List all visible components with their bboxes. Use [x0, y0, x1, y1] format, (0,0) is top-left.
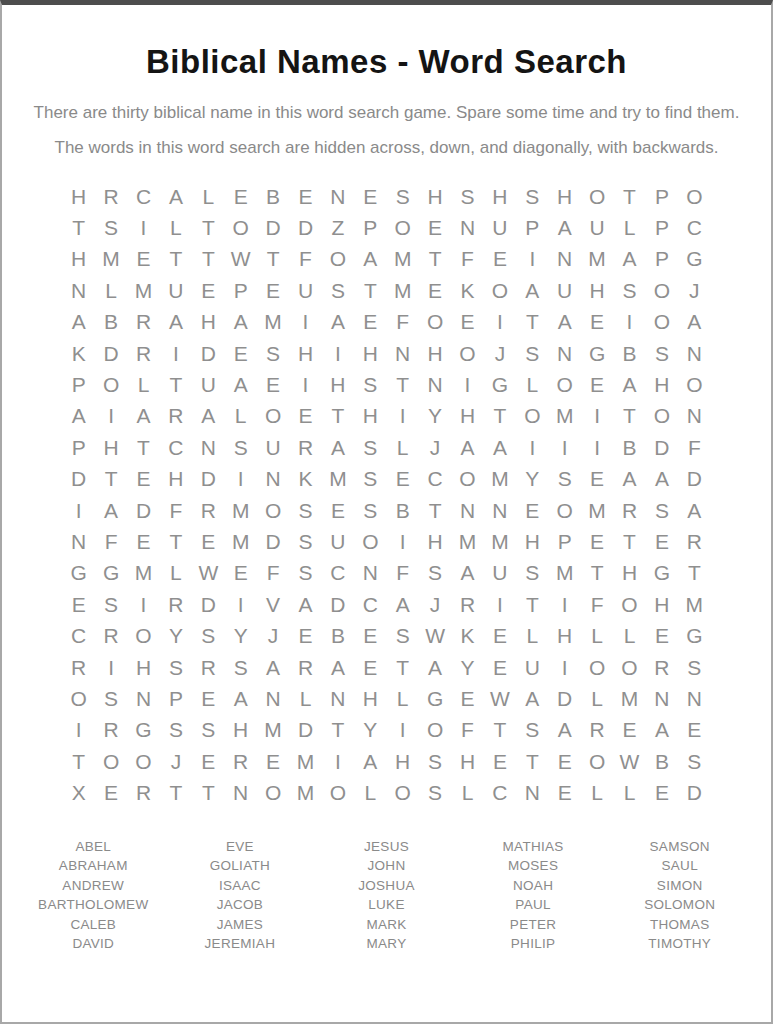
grid-cell-r3c5: T — [192, 244, 224, 275]
grid-cell-r10c7: N — [257, 464, 289, 495]
grid-cell-r7c10: S — [354, 369, 386, 400]
grid-cell-r11c20: A — [678, 495, 710, 526]
grid-cell-r11c13: N — [451, 495, 483, 526]
grid-cell-r3c12: T — [419, 244, 451, 275]
grid-cell-r8c20: N — [678, 401, 710, 432]
grid-cell-r7c14: G — [484, 369, 516, 400]
grid-cell-r5c7: M — [257, 307, 289, 338]
grid-cell-r2c15: P — [516, 212, 548, 243]
grid-cell-r16c18: O — [613, 652, 645, 683]
grid-cell-r9c12: J — [419, 432, 451, 463]
grid-cell-r9c9: A — [322, 432, 354, 463]
grid-cell-r5c4: A — [160, 307, 192, 338]
grid-cell-r5c12: O — [419, 307, 451, 338]
word-item: ABRAHAM — [59, 856, 128, 876]
letter-grid: HRCALEBENESHSHSHOTPOTSILTODDZPOENUPAULPC… — [63, 181, 711, 809]
grid-cell-r16c8: R — [289, 652, 321, 683]
grid-cell-r18c16: A — [549, 715, 581, 746]
grid-cell-r14c5: D — [192, 589, 224, 620]
grid-cell-r4c10: T — [354, 275, 386, 306]
grid-cell-r15c17: L — [581, 620, 613, 651]
grid-cell-r1c19: P — [646, 181, 678, 212]
grid-cell-r10c13: O — [451, 464, 483, 495]
grid-cell-r9c14: A — [484, 432, 516, 463]
grid-cell-r15c9: B — [322, 620, 354, 651]
grid-cell-r15c7: J — [257, 620, 289, 651]
grid-cell-r7c4: T — [160, 369, 192, 400]
grid-cell-r1c2: R — [95, 181, 127, 212]
grid-cell-r19c3: O — [127, 746, 159, 777]
grid-cell-r20c9: O — [322, 777, 354, 808]
grid-cell-r5c15: T — [516, 307, 548, 338]
grid-cell-r2c16: A — [549, 212, 581, 243]
grid-cell-r15c16: H — [549, 620, 581, 651]
grid-cell-r5c9: A — [322, 307, 354, 338]
grid-cell-r10c17: E — [581, 464, 613, 495]
grid-cell-r20c19: E — [646, 777, 678, 808]
grid-cell-r20c15: N — [516, 777, 548, 808]
grid-cell-r6c20: N — [678, 338, 710, 369]
grid-cell-r3c10: A — [354, 244, 386, 275]
grid-cell-r4c13: K — [451, 275, 483, 306]
grid-cell-r2c10: P — [354, 212, 386, 243]
grid-cell-r5c20: A — [678, 307, 710, 338]
grid-cell-r2c3: I — [127, 212, 159, 243]
grid-cell-r6c6: E — [225, 338, 257, 369]
grid-cell-r16c13: Y — [451, 652, 483, 683]
grid-cell-r18c20: E — [678, 715, 710, 746]
grid-cell-r15c1: C — [63, 620, 95, 651]
grid-cell-r13c20: T — [678, 558, 710, 589]
grid-cell-r15c11: S — [387, 620, 419, 651]
grid-cell-r3c1: H — [63, 244, 95, 275]
grid-cell-r11c19: S — [646, 495, 678, 526]
word-item: SIMON — [657, 876, 703, 896]
grid-cell-r5c2: B — [95, 307, 127, 338]
grid-cell-r8c11: I — [387, 401, 419, 432]
grid-cell-r3c9: O — [322, 244, 354, 275]
grid-cell-r16c12: A — [419, 652, 451, 683]
grid-cell-r17c12: G — [419, 683, 451, 714]
grid-cell-r1c6: E — [225, 181, 257, 212]
word-item: JESUS — [364, 837, 409, 857]
grid-cell-r12c6: M — [225, 526, 257, 557]
word-item: MATHIAS — [503, 837, 564, 857]
grid-cell-r13c12: S — [419, 558, 451, 589]
grid-cell-r3c6: W — [225, 244, 257, 275]
grid-cell-r10c4: H — [160, 464, 192, 495]
grid-cell-r14c20: M — [678, 589, 710, 620]
grid-cell-r5c14: I — [484, 307, 516, 338]
grid-cell-r17c16: D — [549, 683, 581, 714]
grid-cell-r13c1: G — [63, 558, 95, 589]
word-item: JAMES — [217, 915, 264, 935]
instructions-line-1: There are thirty biblical name in this w… — [2, 95, 771, 130]
word-item: JEREMIAH — [205, 934, 276, 954]
word-item: LUKE — [368, 895, 404, 915]
grid-cell-r13c10: N — [354, 558, 386, 589]
grid-cell-r9c4: C — [160, 432, 192, 463]
grid-cell-r15c6: Y — [225, 620, 257, 651]
grid-cell-r18c12: O — [419, 715, 451, 746]
grid-cell-r13c8: S — [289, 558, 321, 589]
grid-cell-r19c20: S — [678, 746, 710, 777]
grid-cell-r8c9: T — [322, 401, 354, 432]
grid-cell-r19c10: A — [354, 746, 386, 777]
grid-cell-r13c18: H — [613, 558, 645, 589]
grid-cell-r14c3: I — [127, 589, 159, 620]
grid-cell-r10c11: E — [387, 464, 419, 495]
grid-cell-r7c9: H — [322, 369, 354, 400]
grid-cell-r10c19: A — [646, 464, 678, 495]
word-item: PETER — [510, 915, 557, 935]
grid-cell-r13c9: C — [322, 558, 354, 589]
grid-cell-r2c17: U — [581, 212, 613, 243]
grid-cell-r12c16: P — [549, 526, 581, 557]
grid-cell-r1c12: H — [419, 181, 451, 212]
grid-cell-r14c14: I — [484, 589, 516, 620]
grid-cell-r4c1: N — [63, 275, 95, 306]
grid-cell-r1c20: O — [678, 181, 710, 212]
grid-cell-r15c18: L — [613, 620, 645, 651]
word-item: MOSES — [508, 856, 558, 876]
grid-cell-r12c5: E — [192, 526, 224, 557]
grid-cell-r18c17: R — [581, 715, 613, 746]
grid-cell-r11c15: E — [516, 495, 548, 526]
grid-cell-r12c11: I — [387, 526, 419, 557]
grid-cell-r20c4: T — [160, 777, 192, 808]
word-list-column-2: EVEGOLIATHISAACJACOBJAMESJEREMIAH — [171, 837, 309, 954]
grid-cell-r2c12: E — [419, 212, 451, 243]
word-item: MARK — [366, 915, 406, 935]
grid-cell-r11c9: E — [322, 495, 354, 526]
grid-cell-r16c4: S — [160, 652, 192, 683]
grid-cell-r7c19: H — [646, 369, 678, 400]
grid-cell-r6c19: S — [646, 338, 678, 369]
grid-cell-r10c8: K — [289, 464, 321, 495]
grid-cell-r6c5: D — [192, 338, 224, 369]
grid-cell-r6c12: H — [419, 338, 451, 369]
grid-cell-r5c19: O — [646, 307, 678, 338]
grid-cell-r14c10: C — [354, 589, 386, 620]
grid-cell-r13c2: G — [95, 558, 127, 589]
grid-cell-r6c4: I — [160, 338, 192, 369]
grid-cell-r7c13: I — [451, 369, 483, 400]
grid-cell-r4c14: O — [484, 275, 516, 306]
grid-cell-r6c2: D — [95, 338, 127, 369]
grid-cell-r20c8: M — [289, 777, 321, 808]
grid-cell-r7c17: E — [581, 369, 613, 400]
grid-cell-r18c14: T — [484, 715, 516, 746]
grid-cell-r12c18: T — [613, 526, 645, 557]
grid-cell-r5c17: E — [581, 307, 613, 338]
grid-cell-r8c18: T — [613, 401, 645, 432]
grid-cell-r5c1: A — [63, 307, 95, 338]
grid-cell-r6c11: N — [387, 338, 419, 369]
grid-cell-r16c9: A — [322, 652, 354, 683]
word-list-column-5: SAMSONSAULSIMONSOLOMONTHOMASTIMOTHY — [611, 837, 749, 954]
grid-cell-r2c5: T — [192, 212, 224, 243]
grid-cell-r19c2: O — [95, 746, 127, 777]
word-item: PAUL — [515, 895, 550, 915]
grid-cell-r17c1: O — [63, 683, 95, 714]
grid-cell-r15c10: E — [354, 620, 386, 651]
grid-cell-r9c2: H — [95, 432, 127, 463]
grid-cell-r18c11: I — [387, 715, 419, 746]
grid-cell-r8c4: R — [160, 401, 192, 432]
grid-cell-r5c6: A — [225, 307, 257, 338]
grid-cell-r15c15: L — [516, 620, 548, 651]
grid-cell-r15c19: E — [646, 620, 678, 651]
grid-cell-r3c16: N — [549, 244, 581, 275]
grid-cell-r3c14: E — [484, 244, 516, 275]
grid-cell-r1c8: E — [289, 181, 321, 212]
grid-cell-r12c7: D — [257, 526, 289, 557]
grid-cell-r9c8: R — [289, 432, 321, 463]
grid-cell-r8c6: L — [225, 401, 257, 432]
grid-cell-r10c12: C — [419, 464, 451, 495]
grid-cell-r16c14: E — [484, 652, 516, 683]
grid-cell-r14c16: I — [549, 589, 581, 620]
grid-cell-r13c4: L — [160, 558, 192, 589]
grid-cell-r11c12: T — [419, 495, 451, 526]
grid-cell-r3c19: P — [646, 244, 678, 275]
grid-cell-r17c9: N — [322, 683, 354, 714]
grid-cell-r16c20: S — [678, 652, 710, 683]
grid-cell-r14c11: A — [387, 589, 419, 620]
grid-cell-r13c14: U — [484, 558, 516, 589]
grid-cell-r19c12: S — [419, 746, 451, 777]
grid-cell-r6c18: B — [613, 338, 645, 369]
grid-cell-r1c10: E — [354, 181, 386, 212]
grid-cell-r16c17: O — [581, 652, 613, 683]
grid-cell-r9c5: N — [192, 432, 224, 463]
grid-cell-r17c10: H — [354, 683, 386, 714]
grid-cell-r11c17: M — [581, 495, 613, 526]
grid-cell-r19c9: I — [322, 746, 354, 777]
grid-cell-r8c12: Y — [419, 401, 451, 432]
grid-cell-r11c10: S — [354, 495, 386, 526]
grid-cell-r4c18: S — [613, 275, 645, 306]
grid-cell-r11c11: B — [387, 495, 419, 526]
grid-cell-r16c1: R — [63, 652, 95, 683]
grid-cell-r19c1: T — [63, 746, 95, 777]
grid-cell-r20c6: N — [225, 777, 257, 808]
grid-cell-r14c2: S — [95, 589, 127, 620]
grid-cell-r12c15: H — [516, 526, 548, 557]
grid-cell-r20c14: C — [484, 777, 516, 808]
grid-cell-r7c12: N — [419, 369, 451, 400]
word-item: MARY — [367, 934, 407, 954]
grid-cell-r7c15: L — [516, 369, 548, 400]
instructions: There are thirty biblical name in this w… — [2, 95, 771, 165]
grid-cell-r19c14: E — [484, 746, 516, 777]
grid-cell-r18c5: S — [192, 715, 224, 746]
grid-cell-r10c15: Y — [516, 464, 548, 495]
grid-cell-r20c2: E — [95, 777, 127, 808]
grid-cell-r4c17: H — [581, 275, 613, 306]
grid-cell-r14c7: V — [257, 589, 289, 620]
grid-cell-r9c10: S — [354, 432, 386, 463]
grid-cell-r18c9: T — [322, 715, 354, 746]
grid-cell-r20c10: L — [354, 777, 386, 808]
grid-cell-r6c7: S — [257, 338, 289, 369]
grid-cell-r20c16: E — [549, 777, 581, 808]
grid-cell-r19c16: E — [549, 746, 581, 777]
grid-cell-r12c19: E — [646, 526, 678, 557]
grid-cell-r7c3: L — [127, 369, 159, 400]
grid-cell-r6c1: K — [63, 338, 95, 369]
grid-cell-r1c15: S — [516, 181, 548, 212]
grid-cell-r1c16: H — [549, 181, 581, 212]
grid-cell-r18c4: S — [160, 715, 192, 746]
grid-cell-r12c20: R — [678, 526, 710, 557]
grid-cell-r2c20: C — [678, 212, 710, 243]
grid-cell-r18c7: M — [257, 715, 289, 746]
grid-cell-r1c9: N — [322, 181, 354, 212]
grid-cell-r17c4: P — [160, 683, 192, 714]
grid-cell-r16c16: I — [549, 652, 581, 683]
grid-cell-r15c5: S — [192, 620, 224, 651]
grid-cell-r13c17: T — [581, 558, 613, 589]
grid-cell-r7c11: T — [387, 369, 419, 400]
grid-cell-r6c14: J — [484, 338, 516, 369]
grid-cell-r1c13: S — [451, 181, 483, 212]
word-list-column-4: MATHIASMOSESNOAHPAULPETERPHILIP — [464, 837, 602, 954]
grid-cell-r20c11: O — [387, 777, 419, 808]
grid-cell-r13c19: G — [646, 558, 678, 589]
grid-cell-r18c2: R — [95, 715, 127, 746]
grid-cell-r11c14: N — [484, 495, 516, 526]
word-list-column-3: JESUSJOHNJOSHUALUKEMARKMARY — [318, 837, 456, 954]
grid-cell-r10c10: S — [354, 464, 386, 495]
grid-cell-r3c2: M — [95, 244, 127, 275]
grid-cell-r20c18: L — [613, 777, 645, 808]
grid-cell-r19c6: R — [225, 746, 257, 777]
word-item: SAMSON — [650, 837, 710, 857]
word-item: JOHN — [368, 856, 406, 876]
grid-cell-r20c12: S — [419, 777, 451, 808]
grid-cell-r17c18: M — [613, 683, 645, 714]
grid-cell-r4c5: E — [192, 275, 224, 306]
grid-cell-r14c9: D — [322, 589, 354, 620]
grid-cell-r2c7: D — [257, 212, 289, 243]
grid-cell-r15c4: Y — [160, 620, 192, 651]
grid-cell-r17c6: A — [225, 683, 257, 714]
grid-cell-r14c6: I — [225, 589, 257, 620]
grid-cell-r15c2: R — [95, 620, 127, 651]
grid-cell-r7c20: O — [678, 369, 710, 400]
grid-cell-r18c10: Y — [354, 715, 386, 746]
grid-cell-r17c14: W — [484, 683, 516, 714]
grid-cell-r9c6: S — [225, 432, 257, 463]
grid-cell-r6c17: G — [581, 338, 613, 369]
grid-cell-r18c13: F — [451, 715, 483, 746]
grid-cell-r4c15: A — [516, 275, 548, 306]
grid-cell-r12c1: N — [63, 526, 95, 557]
grid-cell-r16c2: I — [95, 652, 127, 683]
grid-cell-r3c18: A — [613, 244, 645, 275]
grid-cell-r11c1: I — [63, 495, 95, 526]
word-item: NOAH — [513, 876, 553, 896]
grid-cell-r12c17: E — [581, 526, 613, 557]
grid-cell-r13c11: F — [387, 558, 419, 589]
grid-cell-r10c16: S — [549, 464, 581, 495]
grid-cell-r4c7: E — [257, 275, 289, 306]
grid-cell-r14c18: O — [613, 589, 645, 620]
grid-cell-r2c2: S — [95, 212, 127, 243]
grid-cell-r4c16: U — [549, 275, 581, 306]
grid-cell-r17c11: L — [387, 683, 419, 714]
grid-cell-r19c19: B — [646, 746, 678, 777]
grid-cell-r6c10: H — [354, 338, 386, 369]
grid-cell-r3c15: I — [516, 244, 548, 275]
grid-cell-r19c11: H — [387, 746, 419, 777]
grid-cell-r9c18: B — [613, 432, 645, 463]
grid-cell-r1c4: A — [160, 181, 192, 212]
grid-cell-r19c17: O — [581, 746, 613, 777]
grid-cell-r1c17: O — [581, 181, 613, 212]
grid-cell-r20c20: D — [678, 777, 710, 808]
grid-cell-r2c11: O — [387, 212, 419, 243]
grid-cell-r7c18: A — [613, 369, 645, 400]
grid-cell-r6c3: R — [127, 338, 159, 369]
grid-cell-r11c4: F — [160, 495, 192, 526]
grid-cell-r15c12: W — [419, 620, 451, 651]
grid-cell-r3c4: T — [160, 244, 192, 275]
grid-cell-r18c3: G — [127, 715, 159, 746]
grid-cell-r13c5: W — [192, 558, 224, 589]
grid-cell-r12c9: U — [322, 526, 354, 557]
grid-cell-r2c8: D — [289, 212, 321, 243]
grid-cell-r16c15: U — [516, 652, 548, 683]
grid-cell-r11c16: O — [549, 495, 581, 526]
grid-cell-r15c13: K — [451, 620, 483, 651]
grid-cell-r9c19: D — [646, 432, 678, 463]
grid-cell-r2c14: U — [484, 212, 516, 243]
grid-cell-r8c1: A — [63, 401, 95, 432]
grid-cell-r9c3: T — [127, 432, 159, 463]
grid-cell-r5c8: I — [289, 307, 321, 338]
grid-cell-r3c7: T — [257, 244, 289, 275]
grid-cell-r15c14: E — [484, 620, 516, 651]
grid-cell-r2c9: Z — [322, 212, 354, 243]
grid-cell-r7c16: O — [549, 369, 581, 400]
grid-cell-r10c9: M — [322, 464, 354, 495]
grid-cell-r13c6: E — [225, 558, 257, 589]
grid-cell-r2c18: L — [613, 212, 645, 243]
grid-cell-r18c15: S — [516, 715, 548, 746]
grid-cell-r12c14: M — [484, 526, 516, 557]
grid-cell-r2c4: L — [160, 212, 192, 243]
grid-cell-r4c8: U — [289, 275, 321, 306]
grid-cell-r10c3: E — [127, 464, 159, 495]
grid-cell-r16c11: T — [387, 652, 419, 683]
grid-cell-r18c6: H — [225, 715, 257, 746]
grid-cell-r8c10: H — [354, 401, 386, 432]
grid-cell-r20c5: T — [192, 777, 224, 808]
grid-cell-r12c3: E — [127, 526, 159, 557]
grid-cell-r7c5: U — [192, 369, 224, 400]
grid-cell-r19c8: M — [289, 746, 321, 777]
grid-cell-r17c17: L — [581, 683, 613, 714]
word-item: SOLOMON — [644, 895, 715, 915]
word-item: ANDREW — [62, 876, 124, 896]
grid-cell-r7c8: I — [289, 369, 321, 400]
word-item: JACOB — [217, 895, 264, 915]
grid-cell-r12c8: S — [289, 526, 321, 557]
grid-cell-r12c12: H — [419, 526, 451, 557]
